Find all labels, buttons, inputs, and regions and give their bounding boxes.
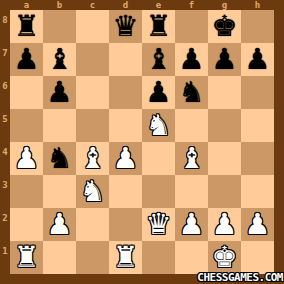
square-e3[interactable] bbox=[142, 175, 175, 208]
piece-black-pawn: ♟ bbox=[146, 76, 172, 109]
square-h1[interactable] bbox=[241, 241, 274, 274]
square-f4[interactable]: ♝ bbox=[175, 142, 208, 175]
square-a6[interactable] bbox=[10, 76, 43, 109]
square-h6[interactable] bbox=[241, 76, 274, 109]
square-h2[interactable]: ♟ bbox=[241, 208, 274, 241]
square-e8[interactable]: ♜ bbox=[142, 10, 175, 43]
rank-label-6: 6 bbox=[0, 76, 10, 109]
square-c8[interactable] bbox=[76, 10, 109, 43]
square-d5[interactable] bbox=[109, 109, 142, 142]
piece-black-king: ♚ bbox=[212, 10, 238, 43]
square-e5[interactable]: ♞ bbox=[142, 109, 175, 142]
square-g4[interactable] bbox=[208, 142, 241, 175]
piece-black-bishop: ♝ bbox=[146, 43, 172, 76]
square-a4[interactable]: ♟ bbox=[10, 142, 43, 175]
square-b8[interactable] bbox=[43, 10, 76, 43]
piece-black-pawn: ♟ bbox=[179, 43, 205, 76]
file-labels: abcdefgh bbox=[10, 0, 274, 10]
square-h8[interactable] bbox=[241, 10, 274, 43]
rank-label-1: 1 bbox=[0, 241, 10, 274]
piece-black-knight: ♞ bbox=[179, 76, 205, 109]
square-e2[interactable]: ♛ bbox=[142, 208, 175, 241]
square-d7[interactable] bbox=[109, 43, 142, 76]
piece-white-king: ♚ bbox=[212, 241, 238, 274]
square-d8[interactable]: ♛ bbox=[109, 10, 142, 43]
square-a3[interactable] bbox=[10, 175, 43, 208]
square-b6[interactable]: ♟ bbox=[43, 76, 76, 109]
piece-black-pawn: ♟ bbox=[212, 43, 238, 76]
square-b4[interactable]: ♞ bbox=[43, 142, 76, 175]
square-h4[interactable] bbox=[241, 142, 274, 175]
piece-white-rook: ♜ bbox=[113, 241, 139, 274]
square-h5[interactable] bbox=[241, 109, 274, 142]
square-c6[interactable] bbox=[76, 76, 109, 109]
square-f2[interactable]: ♟ bbox=[175, 208, 208, 241]
piece-white-pawn: ♟ bbox=[179, 208, 205, 241]
square-a1[interactable]: ♜ bbox=[10, 241, 43, 274]
square-a8[interactable]: ♜ bbox=[10, 10, 43, 43]
square-e7[interactable]: ♝ bbox=[142, 43, 175, 76]
piece-white-pawn: ♟ bbox=[113, 142, 139, 175]
square-e1[interactable] bbox=[142, 241, 175, 274]
piece-white-bishop: ♝ bbox=[80, 142, 106, 175]
square-d6[interactable] bbox=[109, 76, 142, 109]
square-b2[interactable]: ♟ bbox=[43, 208, 76, 241]
piece-black-pawn: ♟ bbox=[14, 43, 40, 76]
square-f6[interactable]: ♞ bbox=[175, 76, 208, 109]
square-a7[interactable]: ♟ bbox=[10, 43, 43, 76]
rank-label-5: 5 bbox=[0, 109, 10, 142]
piece-white-pawn: ♟ bbox=[245, 208, 271, 241]
square-f7[interactable]: ♟ bbox=[175, 43, 208, 76]
square-h7[interactable]: ♟ bbox=[241, 43, 274, 76]
square-c7[interactable] bbox=[76, 43, 109, 76]
chessgames-logo: CHESSGAMES.COM bbox=[197, 271, 283, 284]
square-h3[interactable] bbox=[241, 175, 274, 208]
square-g5[interactable] bbox=[208, 109, 241, 142]
square-c4[interactable]: ♝ bbox=[76, 142, 109, 175]
square-g8[interactable]: ♚ bbox=[208, 10, 241, 43]
square-d2[interactable] bbox=[109, 208, 142, 241]
square-d3[interactable] bbox=[109, 175, 142, 208]
square-a2[interactable] bbox=[10, 208, 43, 241]
square-e6[interactable]: ♟ bbox=[142, 76, 175, 109]
rank-label-7: 7 bbox=[0, 43, 10, 76]
piece-black-pawn: ♟ bbox=[47, 76, 73, 109]
square-c2[interactable] bbox=[76, 208, 109, 241]
piece-white-pawn: ♟ bbox=[14, 142, 40, 175]
square-f5[interactable] bbox=[175, 109, 208, 142]
rank-label-8: 8 bbox=[0, 10, 10, 43]
square-g7[interactable]: ♟ bbox=[208, 43, 241, 76]
rank-label-3: 3 bbox=[0, 175, 10, 208]
piece-white-pawn: ♟ bbox=[47, 208, 73, 241]
piece-black-pawn: ♟ bbox=[245, 43, 271, 76]
piece-black-bishop: ♝ bbox=[47, 43, 73, 76]
chess-board: ♜♛♜♚♟♝♝♟♟♟♟♟♞♞♟♞♝♟♝♞♟♛♟♟♟♜♜♚ bbox=[10, 10, 274, 274]
piece-white-knight: ♞ bbox=[80, 175, 106, 208]
rank-label-4: 4 bbox=[0, 142, 10, 175]
square-g3[interactable] bbox=[208, 175, 241, 208]
square-e4[interactable] bbox=[142, 142, 175, 175]
piece-black-queen: ♛ bbox=[113, 10, 139, 43]
piece-white-pawn: ♟ bbox=[212, 208, 238, 241]
piece-white-knight: ♞ bbox=[146, 109, 172, 142]
square-c3[interactable]: ♞ bbox=[76, 175, 109, 208]
square-g1[interactable]: ♚ bbox=[208, 241, 241, 274]
square-g6[interactable] bbox=[208, 76, 241, 109]
square-f8[interactable] bbox=[175, 10, 208, 43]
rank-label-2: 2 bbox=[0, 208, 10, 241]
piece-white-queen: ♛ bbox=[146, 208, 172, 241]
square-c1[interactable] bbox=[76, 241, 109, 274]
piece-white-bishop: ♝ bbox=[179, 142, 205, 175]
piece-black-rook: ♜ bbox=[14, 10, 40, 43]
rank-labels: 87654321 bbox=[0, 10, 10, 274]
square-b7[interactable]: ♝ bbox=[43, 43, 76, 76]
square-d4[interactable]: ♟ bbox=[109, 142, 142, 175]
square-f1[interactable] bbox=[175, 241, 208, 274]
square-a5[interactable] bbox=[10, 109, 43, 142]
board-frame: abcdefgh 87654321 ♜♛♜♚♟♝♝♟♟♟♟♟♞♞♟♞♝♟♝♞♟♛… bbox=[0, 0, 284, 284]
square-b5[interactable] bbox=[43, 109, 76, 142]
piece-black-knight: ♞ bbox=[47, 142, 73, 175]
square-d1[interactable]: ♜ bbox=[109, 241, 142, 274]
square-b3[interactable] bbox=[43, 175, 76, 208]
square-b1[interactable] bbox=[43, 241, 76, 274]
piece-white-rook: ♜ bbox=[14, 241, 40, 274]
square-c5[interactable] bbox=[76, 109, 109, 142]
square-g2[interactable]: ♟ bbox=[208, 208, 241, 241]
square-f3[interactable] bbox=[175, 175, 208, 208]
piece-black-rook: ♜ bbox=[146, 10, 172, 43]
